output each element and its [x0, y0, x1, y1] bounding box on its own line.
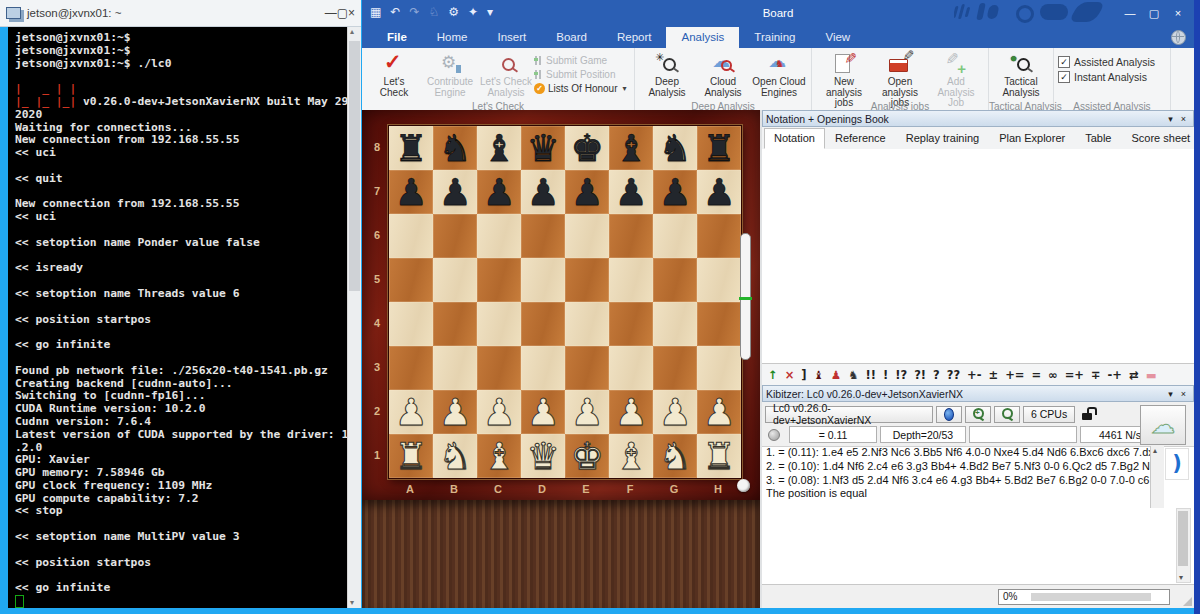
square-g1[interactable]: ♞ — [653, 434, 697, 478]
file-label-e: E — [564, 480, 608, 498]
annotation-symbol-6[interactable]: !! — [865, 368, 876, 382]
let-s-check-analysis-button: Let's Check Analysis — [478, 51, 534, 98]
square-h4[interactable] — [697, 302, 741, 346]
terminal-line: << position startpos — [15, 557, 348, 570]
engine-line-2[interactable]: 2. = (0.10): 1.d4 Nf6 2.c4 e6 3.g3 Bb4+ … — [762, 460, 1163, 474]
add-analysis-job-button: Add Analysis Job — [928, 51, 984, 109]
rank-label-3: 3 — [369, 345, 385, 389]
ribbon-tab-bar: FileHomeInsertBoardReportAnalysisTrainin… — [362, 25, 1194, 48]
file-label-h: H — [696, 480, 740, 498]
terminal-line — [15, 224, 348, 237]
ribbon-group-let-s-check: Let's CheckContribute EngineLet's Check … — [362, 48, 635, 113]
annotation-symbol-0[interactable]: ↑ — [768, 368, 778, 382]
time-field — [969, 426, 1077, 443]
square-g4[interactable] — [653, 302, 697, 346]
chessbase-window: ▦↶↷♘⚙✦▾ Board —▢× FileHomeInsertBoardRep… — [362, 0, 1194, 608]
terminal-scrollbar[interactable] — [347, 27, 361, 608]
terminal-cursor — [15, 595, 24, 608]
tab-view[interactable]: View — [810, 27, 865, 48]
notation-panel: Notation + Openings Book ▾ × NotationRef… — [762, 110, 1194, 385]
rank-label-6: 6 — [369, 213, 385, 257]
square-g7[interactable]: ♟ — [653, 170, 697, 214]
ribbon: Let's CheckContribute EngineLet's Check … — [362, 48, 1194, 111]
engine-lines-scrollbar[interactable] — [1150, 446, 1164, 508]
rank-labels: 87654321 — [369, 125, 385, 477]
terminal-line — [15, 595, 348, 608]
file-label-g: G — [652, 480, 696, 498]
titlebar-decoration — [954, 2, 1104, 23]
cloudmag-icon — [711, 53, 735, 75]
black-rook[interactable]: ♜ — [389, 126, 433, 170]
terminal-line: GPU clock frequency: 1109 MHz — [15, 480, 348, 493]
square-c7[interactable]: ♟ — [477, 170, 521, 214]
white-knight[interactable]: ♞ — [433, 434, 477, 478]
terminal-line: jetson@jxvnx01:~$ — [15, 45, 348, 58]
kibitzer-panel-title: Kibitzer: Lc0 v0.26.0-dev+JetsonXavierNX — [766, 388, 963, 400]
square-f5[interactable] — [609, 258, 653, 302]
black-queen[interactable]: ♛ — [521, 126, 565, 170]
square-e4[interactable] — [565, 302, 609, 346]
square-d1[interactable]: ♛ — [521, 434, 565, 478]
square-e1[interactable]: ♚ — [565, 434, 609, 478]
white-queen[interactable]: ♛ — [521, 434, 565, 478]
maximize-button[interactable]: ▢ — [1142, 0, 1166, 27]
button-label: Cloud Analysis — [704, 77, 741, 98]
terminal-line: GPU memory: 7.58946 Gb — [15, 467, 348, 480]
analysis-progress-bar: 0% — [998, 589, 1170, 605]
hint-icon[interactable]: ✦ — [468, 0, 478, 25]
black-pawn[interactable]: ♟ — [653, 170, 697, 214]
kibitzer-scrollbar-thumb[interactable] — [1178, 511, 1188, 566]
submit-game-button: Submit Game — [534, 54, 630, 67]
board-panel: 87654321 ♜♞♝♛♚♝♞♜♟♟♟♟♟♟♟♟♟♟♟♟♟♟♟♟♜♞♝♛♚♝♞… — [362, 110, 760, 608]
evaluation-slider[interactable] — [740, 233, 751, 360]
assisted-analysis-checkbox[interactable]: ✓Assisted Analysis — [1058, 56, 1166, 68]
close-button[interactable]: × — [1166, 0, 1190, 27]
cloud-icon: ☁ — [1151, 415, 1175, 435]
checkbox-column: ✓Assisted Analysis✓Instant Analysis — [1058, 51, 1166, 83]
square-b4[interactable] — [433, 302, 477, 346]
window-title: Board — [763, 7, 794, 19]
close-button[interactable]: × — [348, 6, 355, 20]
square-a4[interactable] — [389, 302, 433, 346]
help-globe-icon[interactable] — [1171, 30, 1186, 45]
white-pawn[interactable]: ♟ — [697, 390, 741, 434]
button-label: Let's Check — [380, 77, 408, 98]
engine-icon — [944, 408, 954, 421]
notation-panel-header: Notation + Openings Book ▾ × — [762, 110, 1194, 127]
increase-analysis-button[interactable]: + — [965, 406, 991, 423]
file-label-f: F — [608, 480, 652, 498]
notation-tab-notation[interactable]: Notation — [764, 128, 825, 149]
rank-label-7: 7 — [369, 169, 385, 213]
square-e8[interactable]: ♚ — [565, 126, 609, 170]
notation-tab-reference[interactable]: Reference — [825, 128, 896, 149]
white-pawn[interactable]: ♟ — [653, 390, 697, 434]
magnifier-icon — [1017, 58, 1030, 71]
cpus-button[interactable]: 6 CPUs — [1023, 406, 1075, 423]
window-right-border — [1194, 0, 1200, 614]
square-c1[interactable]: ♝ — [477, 434, 521, 478]
tab-analysis[interactable]: Analysis — [666, 27, 739, 48]
square-a6[interactable] — [389, 214, 433, 258]
magnifier-icon — [663, 58, 676, 71]
annotation-symbol-15[interactable]: = — [1031, 368, 1041, 382]
square-b1[interactable]: ♞ — [433, 434, 477, 478]
square-d8[interactable]: ♛ — [521, 126, 565, 170]
panel-menu-icon[interactable]: ▾ — [1164, 114, 1177, 124]
black-pawn[interactable]: ♟ — [433, 170, 477, 214]
terminal-line: << go infinite — [15, 582, 348, 595]
terminal-line: << go infinite — [15, 339, 348, 352]
square-c8[interactable]: ♝ — [477, 126, 521, 170]
more-icon[interactable]: ▾ — [487, 0, 493, 25]
tab-home[interactable]: Home — [422, 27, 483, 48]
cloud-engine-button[interactable]: ☁ — [1140, 405, 1186, 445]
chess-board[interactable]: ♜♞♝♛♚♝♞♜♟♟♟♟♟♟♟♟♟♟♟♟♟♟♟♟♜♞♝♛♚♝♞♜ — [388, 125, 742, 479]
cloudpieces-icon — [767, 53, 791, 75]
button-label: Deep Analysis — [648, 77, 685, 98]
square-h5[interactable] — [697, 258, 741, 302]
square-f2[interactable]: ♟ — [609, 390, 653, 434]
minimize-button[interactable]: — — [325, 6, 337, 20]
annotation-symbol-9[interactable]: ?! — [914, 368, 926, 382]
white-pawn[interactable]: ♟ — [477, 390, 521, 434]
square-b8[interactable]: ♞ — [433, 126, 477, 170]
square-a5[interactable] — [389, 258, 433, 302]
deep-icon — [655, 53, 679, 75]
file-label-b: B — [432, 480, 476, 498]
lock-icon[interactable] — [1078, 405, 1098, 423]
board-window-icon[interactable]: ▦ — [370, 0, 381, 25]
tab-board[interactable]: Board — [541, 27, 602, 48]
annotation-symbol-11[interactable]: ?? — [947, 368, 960, 382]
square-d6[interactable] — [521, 214, 565, 258]
annotation-symbol-10[interactable]: ? — [933, 368, 940, 382]
submit-icon — [534, 55, 543, 66]
engine-icon[interactable]: ♘ — [428, 0, 439, 25]
annotation-symbol-19[interactable]: -+ — [1108, 368, 1122, 382]
square-f6[interactable] — [609, 214, 653, 258]
square-e2[interactable]: ♟ — [565, 390, 609, 434]
notation-panel-title: Notation + Openings Book — [766, 113, 889, 125]
contribute-engine-button: Contribute Engine — [422, 51, 478, 98]
square-h7[interactable]: ♟ — [697, 170, 741, 214]
magnifier-icon — [721, 60, 732, 71]
magnifier-icon — [502, 58, 515, 71]
square-g8[interactable]: ♞ — [653, 126, 697, 170]
white-to-move-indicator — [737, 479, 750, 492]
notation-tab-plan-explorer[interactable]: Plan Explorer — [989, 128, 1075, 149]
panel-close-icon[interactable]: × — [1177, 114, 1190, 124]
ribbon-group-deep-analysis: Deep AnalysisCloud AnalysisOpen Cloud En… — [635, 48, 812, 113]
let-s-check-button[interactable]: Let's Check — [366, 51, 422, 98]
tools-icon[interactable]: ⚙ — [448, 0, 459, 25]
lists-of-honour-icon: ✓ — [534, 83, 545, 94]
annotation-symbol-18[interactable]: ∓ — [1091, 368, 1101, 382]
square-g3[interactable] — [653, 346, 697, 390]
progress-label: 0% — [1003, 591, 1017, 602]
file-label-d: D — [520, 480, 564, 498]
notation-body[interactable] — [762, 149, 1194, 364]
black-pawn[interactable]: ♟ — [389, 170, 433, 214]
white-pawn[interactable]: ♟ — [521, 390, 565, 434]
magnifier-icon — [1002, 408, 1012, 420]
square-a3[interactable] — [389, 346, 433, 390]
submit-icon — [534, 69, 543, 80]
resize-grip[interactable] — [1183, 597, 1192, 606]
button-label: Open Cloud Engines — [752, 77, 805, 98]
annotation-symbol-12[interactable]: +- — [967, 368, 981, 382]
square-c2[interactable]: ♟ — [477, 390, 521, 434]
square-h2[interactable]: ♟ — [697, 390, 741, 434]
black-pawn[interactable]: ♟ — [477, 170, 521, 214]
terminal-line — [15, 301, 348, 314]
terminal-titlebar: jetson@jxvnx01: ~ —▢× — [0, 0, 361, 27]
folderpen-icon — [888, 53, 912, 75]
rank-label-8: 8 — [369, 125, 385, 169]
panel-menu-icon[interactable]: ▾ — [1164, 389, 1177, 399]
status-bar: 0% — [762, 584, 1194, 608]
square-g2[interactable]: ♟ — [653, 390, 697, 434]
lists-of-honour-button[interactable]: ✓Lists Of Honour▾ — [534, 82, 630, 95]
annotation-symbol-17[interactable]: =+ — [1065, 368, 1084, 382]
terminal-line: Latest version of CUDA supported by the … — [15, 429, 348, 442]
black-pawn[interactable]: ♟ — [609, 170, 653, 214]
square-c6[interactable] — [477, 214, 521, 258]
terminal-line: << position startpos — [15, 314, 348, 327]
square-c3[interactable] — [477, 346, 521, 390]
annotation-symbol-7[interactable]: ! — [883, 368, 888, 382]
terminal-line: |_ |_ |_| v0.26.0-dev+JetsonXavierNX bui… — [15, 96, 348, 109]
annotation-symbol-14[interactable]: += — [1005, 368, 1024, 382]
white-pawn[interactable]: ♟ — [389, 390, 433, 434]
kibitzer-history-area[interactable] — [762, 508, 1194, 585]
square-e5[interactable] — [565, 258, 609, 302]
black-pawn[interactable]: ♟ — [697, 170, 741, 214]
file-label-c: C — [476, 480, 520, 498]
black-rook[interactable]: ♜ — [697, 126, 741, 170]
square-e7[interactable]: ♟ — [565, 170, 609, 214]
square-f3[interactable] — [609, 346, 653, 390]
panel-close-icon[interactable]: × — [1177, 389, 1190, 399]
table-background — [362, 500, 760, 608]
annotation-symbol-13[interactable]: ± — [989, 368, 999, 382]
putty-icon — [6, 7, 21, 19]
annotation-symbol-8[interactable]: !? — [895, 368, 907, 382]
square-b7[interactable]: ♟ — [433, 170, 477, 214]
annotation-symbol-21[interactable]: ▬ — [1146, 368, 1157, 382]
black-knight[interactable]: ♞ — [433, 126, 477, 170]
engine-controls: Lc0 v0.26.0-dev+JetsonXavierNX + 6 CPUs … — [762, 402, 1194, 447]
tactical-icon — [1009, 53, 1033, 75]
annotation-symbol-2[interactable]: ] — [801, 368, 806, 382]
evaluation-field: = 0.11 — [789, 426, 877, 443]
terminal-line: Cudnn version: 7.6.4 — [15, 416, 348, 429]
terminal-line — [15, 352, 348, 365]
annotation-symbol-5[interactable]: ♞ — [848, 368, 858, 382]
terminal-line: << setoption name MultiPV value 3 — [15, 531, 348, 544]
cloud-analysis-button[interactable]: Cloud Analysis — [695, 51, 751, 98]
annotation-symbol-3[interactable]: ♝ — [814, 368, 824, 382]
position-assessment: The position is equal — [762, 487, 1163, 501]
notation-tab-score-sheet[interactable]: Score sheet — [1121, 128, 1200, 149]
black-king[interactable]: ♚ — [565, 126, 609, 170]
square-c5[interactable] — [477, 258, 521, 302]
square-d5[interactable] — [521, 258, 565, 302]
square-a2[interactable]: ♟ — [389, 390, 433, 434]
black-knight[interactable]: ♞ — [653, 126, 697, 170]
terminal-line: GPU compute capability: 7.2 — [15, 493, 348, 506]
checkbox-icon: ✓ — [1058, 71, 1070, 83]
checkbox-icon: ✓ — [1058, 56, 1070, 68]
kibitzer-scrollbar[interactable] — [1176, 508, 1191, 583]
white-pawn[interactable]: ♟ — [433, 390, 477, 434]
terminal-line: << uci — [15, 211, 348, 224]
engine-gear-icon — [438, 53, 462, 75]
tab-insert[interactable]: Insert — [483, 27, 542, 48]
white-pawn[interactable]: ♟ — [565, 390, 609, 434]
new-analysis-jobs-button[interactable]: New analysis jobs — [816, 51, 872, 109]
ribbon-group-assisted-analysis: ✓Assisted Analysis✓Instant AnalysisAssis… — [1054, 48, 1171, 113]
square-d2[interactable]: ♟ — [521, 390, 565, 434]
redo-icon[interactable]: ↷ — [409, 0, 419, 25]
terminal-line: 2020 — [15, 109, 348, 122]
white-king[interactable]: ♚ — [565, 434, 609, 478]
square-g5[interactable] — [653, 258, 697, 302]
chessbase-titlebar: ▦↶↷♘⚙✦▾ Board —▢× — [362, 0, 1194, 25]
rank-label-1: 1 — [369, 433, 385, 477]
square-h6[interactable] — [697, 214, 741, 258]
white-rook[interactable]: ♜ — [697, 434, 741, 478]
annotation-symbol-1[interactable]: × — [785, 368, 795, 382]
square-f8[interactable]: ♝ — [609, 126, 653, 170]
terminal-line: << isready — [15, 262, 348, 275]
file-label-a: A — [388, 480, 432, 498]
instant-analysis-checkbox[interactable]: ✓Instant Analysis — [1058, 71, 1166, 83]
rank-label-4: 4 — [369, 301, 385, 345]
square-c4[interactable] — [477, 302, 521, 346]
annotation-toolbar: ↑×]♝♟♞!!!!??!???+-±+==∞=+∓-+⇄▬ — [762, 363, 1194, 385]
engine-line-1[interactable]: 1. = (0.11): 1.e4 e5 2.Nf3 Nc6 3.Bb5 Nf6… — [762, 446, 1163, 460]
terminal-line: CUDA Runtime version: 10.2.0 — [15, 403, 348, 416]
terminal-scrollbar-thumb[interactable] — [349, 41, 360, 291]
black-bishop[interactable]: ♝ — [477, 126, 521, 170]
tab-report[interactable]: Report — [602, 27, 667, 48]
square-e6[interactable] — [565, 214, 609, 258]
submit-position-button: Submit Position — [534, 68, 630, 81]
white-pawn[interactable]: ♟ — [609, 390, 653, 434]
minimize-button[interactable]: — — [1118, 0, 1142, 27]
terminal-line: << setoption name Threads value 6 — [15, 288, 348, 301]
white-bishop[interactable]: ♝ — [477, 434, 521, 478]
square-b6[interactable] — [433, 214, 477, 258]
square-h8[interactable]: ♜ — [697, 126, 741, 170]
terminal-output[interactable]: jetson@jxvnx01:~$jetson@jxvnx01:~$jetson… — [8, 27, 348, 608]
annotation-symbol-16[interactable]: ∞ — [1048, 368, 1058, 382]
right-panels: Notation + Openings Book ▾ × NotationRef… — [760, 110, 1194, 608]
square-b2[interactable]: ♟ — [433, 390, 477, 434]
square-a7[interactable]: ♟ — [389, 170, 433, 214]
dropdown-arrow-icon: ▾ — [622, 84, 626, 93]
engine-lines[interactable]: 1. = (0.11): 1.e4 e5 2.Nf3 Nc6 3.Bb5 Nf6… — [762, 446, 1164, 508]
open-cloud-engines-button[interactable]: Open Cloud Engines — [751, 51, 807, 98]
square-f4[interactable] — [609, 302, 653, 346]
black-pawn[interactable]: ♟ — [521, 170, 565, 214]
terminal-window: jetson@jxvnx01: ~ —▢× jetson@jxvnx01:~$j… — [0, 0, 361, 608]
white-knight[interactable]: ♞ — [653, 434, 697, 478]
white-bishop[interactable]: ♝ — [609, 434, 653, 478]
terminal-line: New connection from 192.168.55.55 — [15, 198, 348, 211]
file-labels: ABCDEFGH — [388, 480, 740, 498]
notation-tab-table[interactable]: Table — [1075, 128, 1121, 149]
white-rook[interactable]: ♜ — [389, 434, 433, 478]
engine-status-led — [768, 429, 780, 441]
button-label: Let's Check Analysis — [480, 77, 532, 98]
square-b5[interactable] — [433, 258, 477, 302]
ribbon-group-analysis-jobs: New analysis jobsOpen analysis jobsAdd A… — [812, 48, 989, 113]
annotation-symbol-4[interactable]: ♟ — [831, 368, 841, 382]
small-items-column: Submit GameSubmit Position✓Lists Of Hono… — [534, 51, 630, 95]
square-g6[interactable] — [653, 214, 697, 258]
square-f7[interactable]: ♟ — [609, 170, 653, 214]
square-d4[interactable] — [521, 302, 565, 346]
square-a1[interactable]: ♜ — [389, 434, 433, 478]
square-f1[interactable]: ♝ — [609, 434, 653, 478]
terminal-line: << setoption name Ponder value false — [15, 237, 348, 250]
square-h3[interactable] — [697, 346, 741, 390]
square-a8[interactable]: ♜ — [389, 126, 433, 170]
undo-icon[interactable]: ↶ — [390, 0, 400, 25]
square-b3[interactable] — [433, 346, 477, 390]
terminal-line: jetson@jxvnx01:~$ ./lc0 — [15, 58, 348, 71]
deep-analysis-button[interactable]: Deep Analysis — [639, 51, 695, 98]
maximize-button[interactable]: ▢ — [337, 6, 348, 20]
terminal-line — [15, 544, 348, 557]
lc-analysis-icon — [494, 53, 518, 75]
analysis-board-button[interactable] — [994, 406, 1020, 423]
terminal-line: << quit — [15, 173, 348, 186]
square-d3[interactable] — [521, 346, 565, 390]
button-label: Tactical Analysis — [1002, 77, 1039, 98]
docpen-icon — [832, 53, 856, 75]
ribbon-group-tactical-analysis: Tactical AnalysisTactical Analysis — [989, 48, 1054, 113]
black-pawn[interactable]: ♟ — [565, 170, 609, 214]
tab-file[interactable]: File — [372, 27, 422, 48]
terminal-line — [15, 160, 348, 173]
terminal-line: New connection from 192.168.55.55 — [15, 134, 348, 147]
tab-training[interactable]: Training — [739, 27, 810, 48]
magnifier-plus-icon: + — [973, 408, 983, 420]
expand-panel-button[interactable]: ) — [1165, 448, 1189, 480]
engine-properties-button[interactable] — [936, 406, 962, 423]
notation-tab-replay-training[interactable]: Replay training — [896, 128, 989, 149]
engine-name-button[interactable]: Lc0 v0.26.0-dev+JetsonXavierNX — [765, 406, 933, 423]
engine-line-3[interactable]: 3. = (0.08): 1.Nf3 d5 2.d4 Nf6 3.c4 e6 4… — [762, 474, 1163, 488]
square-h1[interactable]: ♜ — [697, 434, 741, 478]
square-e3[interactable] — [565, 346, 609, 390]
rank-label-2: 2 — [369, 389, 385, 433]
black-bishop[interactable]: ♝ — [609, 126, 653, 170]
terminal-line: << stop — [15, 505, 348, 518]
open-analysis-jobs-button[interactable]: Open analysis jobs — [872, 51, 928, 109]
annotation-symbol-20[interactable]: ⇄ — [1129, 368, 1139, 382]
square-d7[interactable]: ♟ — [521, 170, 565, 214]
terminal-title: jetson@jxvnx01: ~ — [27, 7, 325, 19]
terminal-line: jetson@jxvnx01:~$ — [15, 32, 348, 45]
quick-access-toolbar: ▦↶↷♘⚙✦▾ — [370, 0, 493, 25]
tactical-analysis-button[interactable]: Tactical Analysis — [993, 51, 1049, 98]
